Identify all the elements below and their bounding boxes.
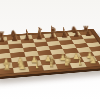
square-d1[interactable]: ♛ <box>42 64 58 70</box>
square-f1[interactable]: ♝ <box>70 62 87 68</box>
square-g1[interactable]: ♞ <box>84 61 100 67</box>
square-h5[interactable] <box>86 42 100 47</box>
chess-board-scene: ♜♞♝♛♚♝♞♜♟♟♟♟♟♟♟♟♟♟♟♟♟♟♟♟♜♞♝♛♚♝♞♜ <box>0 29 100 77</box>
chess-board: ♜♞♝♛♚♝♞♜♟♟♟♟♟♟♟♟♟♟♟♟♟♟♟♟♜♞♝♛♚♝♞♜ <box>0 29 100 77</box>
photo-background: ♜♞♝♛♚♝♞♜♟♟♟♟♟♟♟♟♟♟♟♟♟♟♟♟♜♞♝♛♚♝♞♜ <box>0 0 100 100</box>
square-e1[interactable]: ♚ <box>56 63 72 69</box>
square-b1[interactable]: ♞ <box>13 66 29 73</box>
board-grid: ♜♞♝♛♚♝♞♜♟♟♟♟♟♟♟♟♟♟♟♟♟♟♟♟♜♞♝♛♚♝♞♜ <box>0 31 100 74</box>
square-a1[interactable]: ♜ <box>0 68 14 75</box>
